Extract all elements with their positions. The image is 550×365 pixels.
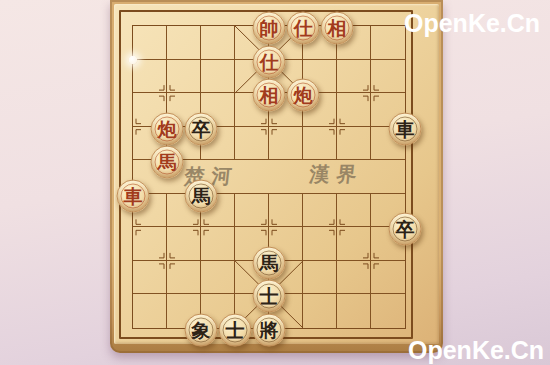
board-cell[interactable] xyxy=(201,60,235,94)
piece-red-cannon[interactable]: 炮 xyxy=(287,79,320,112)
piece-glyph: 炮 xyxy=(288,80,319,111)
board-cell[interactable] xyxy=(371,261,405,295)
piece-black-advisor[interactable]: 士 xyxy=(219,314,252,347)
board-cell[interactable] xyxy=(201,26,235,60)
piece-red-elephant[interactable]: 相 xyxy=(253,79,286,112)
piece-black-chariot[interactable]: 車 xyxy=(389,112,422,145)
river-label-right: 漢界 xyxy=(301,161,365,188)
piece-red-advisor[interactable]: 仕 xyxy=(253,45,286,78)
piece-black-advisor[interactable]: 士 xyxy=(253,280,286,313)
board-cell[interactable] xyxy=(235,127,269,161)
piece-glyph: 將 xyxy=(254,315,285,346)
watermark-bottom-right: OpenKe.Cn xyxy=(408,336,544,365)
piece-black-horse[interactable]: 馬 xyxy=(185,179,218,212)
board-cell[interactable] xyxy=(133,60,167,94)
piece-glyph: 車 xyxy=(390,113,421,144)
board-cell[interactable] xyxy=(303,294,337,328)
piece-glyph: 仕 xyxy=(288,13,319,44)
board-cell[interactable] xyxy=(269,194,303,228)
board-cell[interactable] xyxy=(235,194,269,228)
board-cell[interactable] xyxy=(167,60,201,94)
board-cell[interactable] xyxy=(303,227,337,261)
board-cell[interactable] xyxy=(337,93,371,127)
last-move-indicator-dot xyxy=(129,55,138,64)
piece-black-general[interactable]: 將 xyxy=(253,314,286,347)
board-cell[interactable] xyxy=(303,194,337,228)
piece-glyph: 象 xyxy=(186,315,217,346)
board-cell[interactable] xyxy=(133,227,167,261)
board-cell[interactable] xyxy=(337,261,371,295)
board-cell[interactable] xyxy=(371,60,405,94)
board-cell[interactable] xyxy=(337,60,371,94)
piece-glyph: 車 xyxy=(118,180,149,211)
piece-glyph: 馬 xyxy=(186,180,217,211)
board-cell[interactable] xyxy=(133,261,167,295)
board-cell[interactable] xyxy=(133,294,167,328)
board-cell[interactable] xyxy=(201,261,235,295)
board-cell[interactable] xyxy=(337,127,371,161)
piece-red-chariot[interactable]: 車 xyxy=(117,179,150,212)
piece-glyph: 馬 xyxy=(254,247,285,278)
piece-glyph: 仕 xyxy=(254,46,285,77)
piece-black-horse[interactable]: 馬 xyxy=(253,246,286,279)
piece-glyph: 炮 xyxy=(152,113,183,144)
piece-glyph: 相 xyxy=(322,13,353,44)
piece-glyph: 馬 xyxy=(152,147,183,178)
piece-glyph: 帥 xyxy=(254,13,285,44)
board-cell[interactable] xyxy=(303,127,337,161)
piece-red-elephant[interactable]: 相 xyxy=(321,12,354,45)
piece-glyph: 士 xyxy=(220,315,251,346)
piece-red-horse[interactable]: 馬 xyxy=(151,146,184,179)
piece-black-soldier[interactable]: 卒 xyxy=(185,112,218,145)
board-cell[interactable] xyxy=(133,26,167,60)
board-cell[interactable] xyxy=(337,227,371,261)
board-cell[interactable] xyxy=(201,227,235,261)
piece-red-advisor[interactable]: 仕 xyxy=(287,12,320,45)
board-cell[interactable] xyxy=(235,160,269,194)
board-cell[interactable] xyxy=(167,261,201,295)
board-cell[interactable] xyxy=(371,294,405,328)
board-cell[interactable] xyxy=(269,127,303,161)
piece-glyph: 士 xyxy=(254,281,285,312)
xiangqi-app: 楚河 漢界 OpenKe.Cn OpenKe.Cn 帥仕相仕相炮炮卒車馬車馬卒馬… xyxy=(0,0,550,365)
board-cell[interactable] xyxy=(371,160,405,194)
piece-glyph: 卒 xyxy=(186,113,217,144)
piece-red-cannon[interactable]: 炮 xyxy=(151,112,184,145)
board-cell[interactable] xyxy=(371,26,405,60)
piece-glyph: 相 xyxy=(254,80,285,111)
board-cell[interactable] xyxy=(167,26,201,60)
piece-black-elephant[interactable]: 象 xyxy=(185,314,218,347)
board-cell[interactable] xyxy=(167,227,201,261)
board-cell[interactable] xyxy=(269,160,303,194)
board-cell[interactable] xyxy=(303,261,337,295)
watermark-top-right: OpenKe.Cn xyxy=(404,9,540,38)
board-cell[interactable] xyxy=(337,294,371,328)
piece-black-soldier[interactable]: 卒 xyxy=(389,213,422,246)
piece-red-general[interactable]: 帥 xyxy=(253,12,286,45)
board-cell[interactable] xyxy=(337,194,371,228)
piece-glyph: 卒 xyxy=(390,214,421,245)
